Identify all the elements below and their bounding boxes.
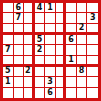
cell-r2c9-given[interactable]: 3 bbox=[87, 13, 98, 23]
cell-r2c1-empty[interactable] bbox=[3, 13, 14, 23]
cell-r7c8-given[interactable]: 8 bbox=[77, 67, 88, 77]
cell-r7c3-given[interactable]: 2 bbox=[24, 67, 35, 77]
cell-r6c1-empty[interactable] bbox=[3, 56, 14, 67]
cell-r3c3-empty[interactable] bbox=[24, 24, 35, 35]
cell-r9c7-empty[interactable] bbox=[66, 88, 77, 98]
cell-r8c3-empty[interactable] bbox=[24, 77, 35, 87]
cell-r1c1-empty[interactable] bbox=[3, 3, 14, 13]
cell-r3c9-empty[interactable] bbox=[87, 24, 98, 35]
cell-r6c6-empty[interactable] bbox=[56, 56, 67, 67]
cell-r4c8-empty[interactable] bbox=[77, 35, 88, 45]
cell-r4c6-empty[interactable] bbox=[56, 35, 67, 45]
cell-r7c1-given[interactable]: 5 bbox=[3, 67, 14, 77]
cell-r1c3-empty[interactable] bbox=[24, 3, 35, 13]
cell-r9c6-empty[interactable] bbox=[56, 88, 67, 98]
cell-r6c9-empty[interactable] bbox=[87, 56, 98, 67]
cell-r7c9-empty[interactable] bbox=[87, 67, 98, 77]
cell-r8c9-empty[interactable] bbox=[87, 77, 98, 87]
cell-r5c9-empty[interactable] bbox=[87, 45, 98, 55]
cell-r3c6-empty[interactable] bbox=[56, 24, 67, 35]
cell-r8c8-empty[interactable] bbox=[77, 77, 88, 87]
cell-r8c1-given[interactable]: 1 bbox=[3, 77, 14, 87]
cell-r6c2-empty[interactable] bbox=[14, 56, 25, 67]
cell-r1c5-given[interactable]: 1 bbox=[45, 3, 56, 13]
cell-r6c8-empty[interactable] bbox=[77, 56, 88, 67]
cell-r8c4-empty[interactable] bbox=[35, 77, 46, 87]
cell-r5c5-empty[interactable] bbox=[45, 45, 56, 55]
cell-r9c9-empty[interactable] bbox=[87, 88, 98, 98]
cell-r6c4-empty[interactable] bbox=[35, 56, 46, 67]
cell-r5c6-empty[interactable] bbox=[56, 45, 67, 55]
cell-r1c9-empty[interactable] bbox=[87, 3, 98, 13]
cell-r4c5-empty[interactable] bbox=[45, 35, 56, 45]
cell-r8c7-empty[interactable] bbox=[66, 77, 77, 87]
cell-r4c4-given[interactable]: 5 bbox=[35, 35, 46, 45]
cell-r2c5-empty[interactable] bbox=[45, 13, 56, 23]
cell-r9c5-given[interactable]: 6 bbox=[45, 88, 56, 98]
sudoku-board: 64173256721528136 bbox=[0, 0, 101, 101]
cell-r5c2-empty[interactable] bbox=[14, 45, 25, 55]
cell-r7c5-empty[interactable] bbox=[45, 67, 56, 77]
cell-r5c4-given[interactable]: 2 bbox=[35, 45, 46, 55]
cell-r9c3-empty[interactable] bbox=[24, 88, 35, 98]
cell-r2c2-given[interactable]: 7 bbox=[14, 13, 25, 23]
cell-r3c2-empty[interactable] bbox=[14, 24, 25, 35]
cell-r8c2-empty[interactable] bbox=[14, 77, 25, 87]
cell-r2c7-empty[interactable] bbox=[66, 13, 77, 23]
cell-r4c7-given[interactable]: 6 bbox=[66, 35, 77, 45]
cell-r4c3-empty[interactable] bbox=[24, 35, 35, 45]
cell-r2c6-empty[interactable] bbox=[56, 13, 67, 23]
cell-r5c8-empty[interactable] bbox=[77, 45, 88, 55]
cell-r2c4-empty[interactable] bbox=[35, 13, 46, 23]
cell-r7c7-empty[interactable] bbox=[66, 67, 77, 77]
cell-r1c4-given[interactable]: 4 bbox=[35, 3, 46, 13]
cell-r9c2-empty[interactable] bbox=[14, 88, 25, 98]
cell-r8c6-empty[interactable] bbox=[56, 77, 67, 87]
cell-r1c6-empty[interactable] bbox=[56, 3, 67, 13]
cell-r1c7-empty[interactable] bbox=[66, 3, 77, 13]
cell-r2c3-empty[interactable] bbox=[24, 13, 35, 23]
cell-r4c2-empty[interactable] bbox=[14, 35, 25, 45]
cell-r7c6-empty[interactable] bbox=[56, 67, 67, 77]
cell-r8c5-given[interactable]: 3 bbox=[45, 77, 56, 87]
cell-r6c5-empty[interactable] bbox=[45, 56, 56, 67]
cell-r6c3-empty[interactable] bbox=[24, 56, 35, 67]
cell-r1c2-given[interactable]: 6 bbox=[14, 3, 25, 13]
cell-r3c5-empty[interactable] bbox=[45, 24, 56, 35]
cell-r5c3-empty[interactable] bbox=[24, 45, 35, 55]
cell-r3c4-empty[interactable] bbox=[35, 24, 46, 35]
cell-r1c8-empty[interactable] bbox=[77, 3, 88, 13]
cell-r9c8-empty[interactable] bbox=[77, 88, 88, 98]
cell-r3c1-empty[interactable] bbox=[3, 24, 14, 35]
cell-r9c1-empty[interactable] bbox=[3, 88, 14, 98]
cell-r5c1-given[interactable]: 7 bbox=[3, 45, 14, 55]
cell-r4c1-empty[interactable] bbox=[3, 35, 14, 45]
cell-r3c7-empty[interactable] bbox=[66, 24, 77, 35]
cell-r3c8-given[interactable]: 2 bbox=[77, 24, 88, 35]
cell-r6c7-given[interactable]: 1 bbox=[66, 56, 77, 67]
cell-r9c4-empty[interactable] bbox=[35, 88, 46, 98]
cell-r7c4-empty[interactable] bbox=[35, 67, 46, 77]
cell-r4c9-empty[interactable] bbox=[87, 35, 98, 45]
cell-r7c2-empty[interactable] bbox=[14, 67, 25, 77]
